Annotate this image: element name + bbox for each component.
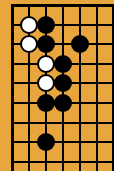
intersection-fg[interactable] [88,113,105,133]
intersection-ea[interactable] [71,0,88,15]
intersection-fi[interactable] [88,152,105,171]
intersection-gb[interactable] [105,15,114,35]
intersection-fh[interactable] [88,132,105,152]
intersection-ba[interactable] [21,0,38,15]
intersection-af[interactable] [4,93,21,113]
intersection-bb[interactable] [21,15,38,35]
black-stone [37,16,55,34]
intersection-ab[interactable] [4,15,21,35]
intersection-bf[interactable] [21,93,38,113]
go-diagram-screenshot [0,0,114,171]
intersection-ci[interactable] [38,152,55,171]
intersection-gc[interactable] [105,34,114,54]
intersection-ce[interactable] [38,74,55,94]
black-stone [54,94,72,112]
intersection-gh[interactable] [105,132,114,152]
intersection-fc[interactable] [88,34,105,54]
intersection-ca[interactable] [38,0,55,15]
intersection-ge[interactable] [105,74,114,94]
intersection-eh[interactable] [71,132,88,152]
intersection-cb[interactable] [38,15,55,35]
intersection-cf[interactable] [38,93,55,113]
black-stone [37,94,55,112]
intersection-bh[interactable] [21,132,38,152]
intersection-ad[interactable] [4,54,21,74]
go-board[interactable] [0,0,114,171]
intersection-ae[interactable] [4,74,21,94]
intersection-fe[interactable] [88,74,105,94]
intersection-bg[interactable] [21,113,38,133]
black-stone [37,133,55,151]
intersection-cg[interactable] [38,113,55,133]
intersection-ec[interactable] [71,34,88,54]
intersection-db[interactable] [54,15,71,35]
intersection-dh[interactable] [54,132,71,152]
intersection-dd[interactable] [54,54,71,74]
intersection-gi[interactable] [105,152,114,171]
intersection-be[interactable] [21,74,38,94]
intersection-gg[interactable] [105,113,114,133]
white-stone [20,16,38,34]
white-stone [37,55,55,73]
intersection-di[interactable] [54,152,71,171]
intersection-ch[interactable] [38,132,55,152]
black-stone [54,74,72,92]
intersection-bc[interactable] [21,34,38,54]
intersection-fb[interactable] [88,15,105,35]
intersection-ga[interactable] [105,0,114,15]
intersection-ei[interactable] [71,152,88,171]
intersection-ff[interactable] [88,93,105,113]
black-stone [54,55,72,73]
intersection-df[interactable] [54,93,71,113]
intersection-ag[interactable] [4,113,21,133]
intersection-ee[interactable] [71,74,88,94]
intersection-de[interactable] [54,74,71,94]
intersection-bi[interactable] [21,152,38,171]
intersection-fa[interactable] [88,0,105,15]
intersection-bd[interactable] [21,54,38,74]
white-stone [20,35,38,53]
intersection-cc[interactable] [38,34,55,54]
intersection-gf[interactable] [105,93,114,113]
intersection-eb[interactable] [71,15,88,35]
intersection-fd[interactable] [88,54,105,74]
intersection-ah[interactable] [4,132,21,152]
intersection-da[interactable] [54,0,71,15]
intersection-dg[interactable] [54,113,71,133]
intersection-ai[interactable] [4,152,21,171]
intersection-aa[interactable] [4,0,21,15]
intersection-ac[interactable] [4,34,21,54]
white-stone [37,74,55,92]
intersection-cd[interactable] [38,54,55,74]
black-stone [71,35,89,53]
intersection-dc[interactable] [54,34,71,54]
board-intersections-grid [4,0,114,171]
intersection-eg[interactable] [71,113,88,133]
intersection-ed[interactable] [71,54,88,74]
intersection-gd[interactable] [105,54,114,74]
black-stone [37,35,55,53]
intersection-ef[interactable] [71,93,88,113]
